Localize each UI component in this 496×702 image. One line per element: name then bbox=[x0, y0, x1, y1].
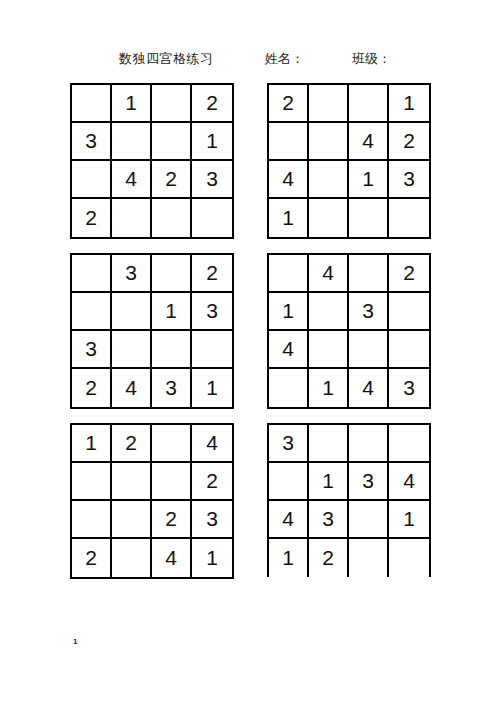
cell-r2c1 bbox=[269, 463, 309, 501]
cell-r1c3 bbox=[349, 425, 389, 463]
cell-r1c4 bbox=[389, 425, 429, 463]
cell-r3c4: 3 bbox=[192, 501, 232, 539]
sudoku-grid-3: 321332431 bbox=[70, 253, 234, 409]
cell-r4c3 bbox=[349, 199, 389, 237]
cell-r2c3 bbox=[152, 463, 192, 501]
page-number: 1 bbox=[73, 637, 77, 646]
cell-r2c3: 3 bbox=[349, 463, 389, 501]
cell-r2c3: 4 bbox=[349, 123, 389, 161]
worksheet-page: 数独四宫格练习 姓名： 班级： 12314232 21424131 321332… bbox=[0, 0, 496, 702]
cell-r3c2 bbox=[309, 331, 349, 369]
cell-r2c4: 2 bbox=[389, 123, 429, 161]
cell-r2c2 bbox=[309, 123, 349, 161]
cell-r2c2 bbox=[112, 293, 152, 331]
cell-r2c1: 1 bbox=[269, 293, 309, 331]
cell-r3c2 bbox=[112, 501, 152, 539]
cell-r2c4: 1 bbox=[192, 123, 232, 161]
cell-r1c3 bbox=[152, 85, 192, 123]
cell-r4c4 bbox=[192, 199, 232, 237]
cell-r1c1 bbox=[269, 255, 309, 293]
cell-r3c4: 3 bbox=[389, 161, 429, 199]
cell-r4c1: 2 bbox=[72, 369, 112, 407]
cell-r1c4: 2 bbox=[192, 255, 232, 293]
cell-r2c4 bbox=[389, 293, 429, 331]
cell-r4c2: 1 bbox=[309, 369, 349, 407]
cell-r3c1: 4 bbox=[269, 161, 309, 199]
cell-r3c3: 2 bbox=[152, 161, 192, 199]
cell-r2c1: 3 bbox=[72, 123, 112, 161]
cell-r3c1 bbox=[72, 161, 112, 199]
cell-r1c1: 3 bbox=[269, 425, 309, 463]
cell-r3c2: 3 bbox=[309, 501, 349, 539]
cell-r3c2 bbox=[112, 331, 152, 369]
cell-r3c4 bbox=[192, 331, 232, 369]
cell-r4c3: 4 bbox=[152, 539, 192, 577]
cell-r2c1 bbox=[269, 123, 309, 161]
sudoku-grid-5: 124223241 bbox=[70, 423, 234, 579]
cell-r1c2 bbox=[309, 85, 349, 123]
cell-r4c1 bbox=[269, 369, 309, 407]
cell-r2c2 bbox=[112, 123, 152, 161]
cell-r3c1 bbox=[72, 501, 112, 539]
cell-r3c3 bbox=[152, 331, 192, 369]
cell-r1c1: 2 bbox=[269, 85, 309, 123]
cell-r3c2: 4 bbox=[112, 161, 152, 199]
cell-r1c4: 2 bbox=[192, 85, 232, 123]
cell-r3c4: 1 bbox=[389, 501, 429, 539]
cell-r1c2: 1 bbox=[112, 85, 152, 123]
cell-r4c2: 4 bbox=[112, 369, 152, 407]
cell-r1c4: 4 bbox=[192, 425, 232, 463]
cell-r1c1 bbox=[72, 85, 112, 123]
cell-r4c4: 1 bbox=[192, 539, 232, 577]
cell-r2c4: 4 bbox=[389, 463, 429, 501]
cell-r2c1 bbox=[72, 463, 112, 501]
cell-r1c2: 3 bbox=[112, 255, 152, 293]
name-label: 姓名： bbox=[265, 51, 304, 66]
cell-r2c2: 1 bbox=[309, 463, 349, 501]
cell-r1c1 bbox=[72, 255, 112, 293]
sudoku-grid-1: 12314232 bbox=[70, 83, 234, 239]
cell-r1c4: 1 bbox=[389, 85, 429, 123]
cell-r3c3: 1 bbox=[349, 161, 389, 199]
cell-r1c2: 2 bbox=[112, 425, 152, 463]
cell-r3c3 bbox=[349, 331, 389, 369]
cell-r3c4 bbox=[389, 331, 429, 369]
page-title: 数独四宫格练习 bbox=[119, 51, 214, 66]
cell-r4c4 bbox=[389, 199, 429, 237]
cell-r2c3 bbox=[152, 123, 192, 161]
cell-r2c3: 3 bbox=[349, 293, 389, 331]
cell-r2c1 bbox=[72, 293, 112, 331]
cell-r4c3: 4 bbox=[349, 369, 389, 407]
cell-r3c1: 3 bbox=[72, 331, 112, 369]
cell-r2c3: 1 bbox=[152, 293, 192, 331]
cell-r2c4: 2 bbox=[192, 463, 232, 501]
cell-r4c1: 1 bbox=[269, 539, 309, 577]
cell-r4c4: 1 bbox=[192, 369, 232, 407]
cell-r4c1: 2 bbox=[72, 539, 112, 577]
cell-r4c3: 3 bbox=[152, 369, 192, 407]
cell-r3c3: 2 bbox=[152, 501, 192, 539]
class-label: 班级： bbox=[352, 51, 391, 66]
sudoku-grid-4: 42134143 bbox=[267, 253, 431, 409]
cell-r1c4: 2 bbox=[389, 255, 429, 293]
cell-r2c2 bbox=[112, 463, 152, 501]
cell-r4c2 bbox=[309, 199, 349, 237]
cell-r4c2: 2 bbox=[309, 539, 349, 577]
sudoku-grid-2: 21424131 bbox=[267, 83, 431, 239]
cell-r4c1: 1 bbox=[269, 199, 309, 237]
sudoku-grid-6: 313443112 bbox=[267, 423, 431, 577]
cell-r4c3 bbox=[152, 199, 192, 237]
cell-r4c4 bbox=[389, 539, 429, 577]
cell-r1c1: 1 bbox=[72, 425, 112, 463]
cell-r1c2: 4 bbox=[309, 255, 349, 293]
cell-r4c2 bbox=[112, 199, 152, 237]
cell-r4c1: 2 bbox=[72, 199, 112, 237]
cell-r4c2 bbox=[112, 539, 152, 577]
cell-r1c3 bbox=[349, 255, 389, 293]
cell-r3c4: 3 bbox=[192, 161, 232, 199]
cell-r3c1: 4 bbox=[269, 331, 309, 369]
cell-r2c4: 3 bbox=[192, 293, 232, 331]
cell-r1c2 bbox=[309, 425, 349, 463]
cell-r3c3 bbox=[349, 501, 389, 539]
cell-r2c2 bbox=[309, 293, 349, 331]
cell-r3c2 bbox=[309, 161, 349, 199]
cell-r3c1: 4 bbox=[269, 501, 309, 539]
cell-r4c4: 3 bbox=[389, 369, 429, 407]
cell-r1c3 bbox=[152, 425, 192, 463]
cell-r1c3 bbox=[152, 255, 192, 293]
cell-r1c3 bbox=[349, 85, 389, 123]
cell-r4c3 bbox=[349, 539, 389, 577]
